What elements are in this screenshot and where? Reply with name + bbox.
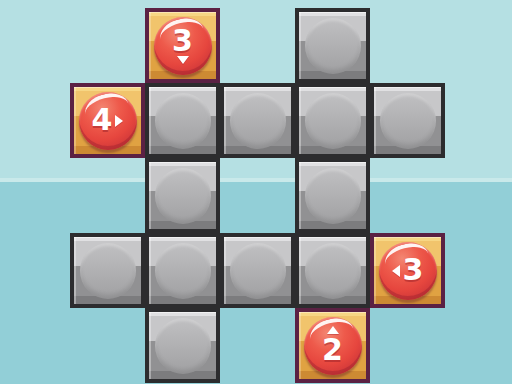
empty-cell — [70, 158, 145, 233]
empty-cell — [70, 8, 145, 83]
ball-number: 4 — [92, 106, 113, 135]
ball-number: 3 — [403, 256, 424, 285]
track-tile — [295, 83, 370, 158]
track-tile — [295, 233, 370, 308]
arrow-right-icon — [115, 115, 123, 127]
track-tile — [220, 83, 295, 158]
ball-label: 3 — [172, 27, 193, 65]
track-tile — [370, 83, 445, 158]
empty-cell — [370, 8, 445, 83]
ball-2-up[interactable]: 2 — [304, 317, 362, 375]
empty-cell — [370, 308, 445, 383]
track-tile — [220, 233, 295, 308]
ball-label: 2 — [322, 326, 343, 365]
track-tile — [145, 233, 220, 308]
arrow-left-icon — [392, 265, 400, 277]
ball-3-left[interactable]: 3 — [379, 242, 437, 300]
launch-pad: 3 — [145, 8, 220, 83]
launch-pad: 2 — [295, 308, 370, 383]
empty-cell — [70, 308, 145, 383]
arrow-up-icon — [327, 326, 339, 334]
track-tile — [145, 158, 220, 233]
empty-cell — [370, 158, 445, 233]
empty-cell — [220, 158, 295, 233]
track-tile — [70, 233, 145, 308]
ball-3-down[interactable]: 3 — [154, 17, 212, 75]
ball-label: 3 — [392, 256, 424, 285]
empty-cell — [220, 8, 295, 83]
track-tile — [145, 308, 220, 383]
empty-cell — [220, 308, 295, 383]
arrow-down-icon — [177, 56, 189, 64]
track-tile — [145, 83, 220, 158]
ball-label: 4 — [92, 106, 124, 135]
board: 3432 — [70, 8, 445, 383]
launch-pad: 3 — [370, 233, 445, 308]
ball-number: 3 — [172, 27, 193, 56]
track-tile — [295, 158, 370, 233]
launch-pad: 4 — [70, 83, 145, 158]
ball-4-right[interactable]: 4 — [79, 92, 137, 150]
track-tile — [295, 8, 370, 83]
ball-number: 2 — [322, 336, 343, 365]
